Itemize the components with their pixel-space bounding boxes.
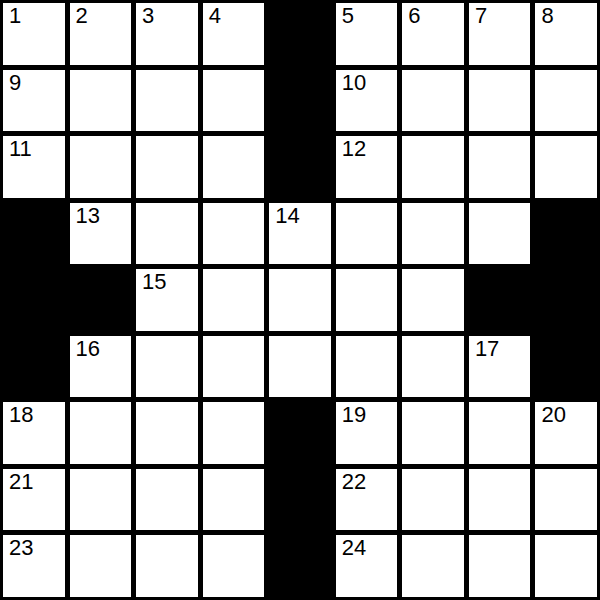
white-cell-r3c9[interactable] <box>535 136 597 198</box>
clue-number: 24 <box>342 536 366 560</box>
white-cell-r6c4[interactable] <box>203 336 265 398</box>
clue-number: 23 <box>9 536 33 560</box>
white-cell-r8c8[interactable] <box>469 469 531 531</box>
clue-number: 14 <box>275 204 299 228</box>
white-cell-r6c2[interactable]: 16 <box>70 336 132 398</box>
white-cell-r4c4[interactable] <box>203 203 265 265</box>
white-cell-r2c3[interactable] <box>136 70 198 132</box>
clue-number: 9 <box>9 71 21 95</box>
white-cell-r3c6[interactable]: 12 <box>336 136 398 198</box>
clue-number: 5 <box>342 4 354 28</box>
black-cell-r9c5 <box>269 535 331 597</box>
clue-number: 2 <box>76 4 88 28</box>
white-cell-r7c9[interactable]: 20 <box>535 402 597 464</box>
white-cell-r8c4[interactable] <box>203 469 265 531</box>
clue-number: 22 <box>342 470 366 494</box>
white-cell-r3c2[interactable] <box>70 136 132 198</box>
white-cell-r3c4[interactable] <box>203 136 265 198</box>
black-cell-r7c5 <box>269 402 331 464</box>
white-cell-r4c2[interactable]: 13 <box>70 203 132 265</box>
white-cell-r2c2[interactable] <box>70 70 132 132</box>
white-cell-r9c6[interactable]: 24 <box>336 535 398 597</box>
white-cell-r9c1[interactable]: 23 <box>3 535 65 597</box>
white-cell-r8c2[interactable] <box>70 469 132 531</box>
white-cell-r8c6[interactable]: 22 <box>336 469 398 531</box>
white-cell-r5c6[interactable] <box>336 269 398 331</box>
white-cell-r9c9[interactable] <box>535 535 597 597</box>
white-cell-r2c8[interactable] <box>469 70 531 132</box>
white-cell-r3c7[interactable] <box>402 136 464 198</box>
white-cell-r5c3[interactable]: 15 <box>136 269 198 331</box>
white-cell-r2c6[interactable]: 10 <box>336 70 398 132</box>
white-cell-r1c9[interactable]: 8 <box>535 3 597 65</box>
white-cell-r3c8[interactable] <box>469 136 531 198</box>
black-cell-r1c5 <box>269 3 331 65</box>
black-cell-r4c9 <box>535 203 597 265</box>
white-cell-r1c7[interactable]: 6 <box>402 3 464 65</box>
white-cell-r6c3[interactable] <box>136 336 198 398</box>
white-cell-r2c7[interactable] <box>402 70 464 132</box>
white-cell-r1c3[interactable]: 3 <box>136 3 198 65</box>
white-cell-r8c1[interactable]: 21 <box>3 469 65 531</box>
black-cell-r5c1 <box>3 269 65 331</box>
clue-number: 18 <box>9 403 33 427</box>
white-cell-r7c7[interactable] <box>402 402 464 464</box>
white-cell-r9c3[interactable] <box>136 535 198 597</box>
black-cell-r4c1 <box>3 203 65 265</box>
black-cell-r5c8 <box>469 269 531 331</box>
white-cell-r1c4[interactable]: 4 <box>203 3 265 65</box>
white-cell-r4c5[interactable]: 14 <box>269 203 331 265</box>
white-cell-r3c3[interactable] <box>136 136 198 198</box>
white-cell-r8c7[interactable] <box>402 469 464 531</box>
clue-number: 16 <box>76 337 100 361</box>
clue-number: 10 <box>342 71 366 95</box>
white-cell-r1c8[interactable]: 7 <box>469 3 531 65</box>
clue-number: 8 <box>541 4 553 28</box>
white-cell-r9c2[interactable] <box>70 535 132 597</box>
white-cell-r9c7[interactable] <box>402 535 464 597</box>
black-cell-r3c5 <box>269 136 331 198</box>
white-cell-r5c7[interactable] <box>402 269 464 331</box>
black-cell-r5c9 <box>535 269 597 331</box>
white-cell-r6c6[interactable] <box>336 336 398 398</box>
white-cell-r1c1[interactable]: 1 <box>3 3 65 65</box>
white-cell-r6c7[interactable] <box>402 336 464 398</box>
white-cell-r6c5[interactable] <box>269 336 331 398</box>
white-cell-r7c8[interactable] <box>469 402 531 464</box>
clue-number: 13 <box>76 204 100 228</box>
white-cell-r4c7[interactable] <box>402 203 464 265</box>
white-cell-r8c3[interactable] <box>136 469 198 531</box>
clue-number: 19 <box>342 403 366 427</box>
white-cell-r1c6[interactable]: 5 <box>336 3 398 65</box>
white-cell-r7c2[interactable] <box>70 402 132 464</box>
white-cell-r2c9[interactable] <box>535 70 597 132</box>
white-cell-r2c4[interactable] <box>203 70 265 132</box>
white-cell-r8c9[interactable] <box>535 469 597 531</box>
clue-number: 21 <box>9 470 33 494</box>
black-cell-r6c1 <box>3 336 65 398</box>
black-cell-r6c9 <box>535 336 597 398</box>
white-cell-r1c2[interactable]: 2 <box>70 3 132 65</box>
white-cell-r5c5[interactable] <box>269 269 331 331</box>
white-cell-r4c8[interactable] <box>469 203 531 265</box>
white-cell-r6c8[interactable]: 17 <box>469 336 531 398</box>
white-cell-r2c1[interactable]: 9 <box>3 70 65 132</box>
white-cell-r7c6[interactable]: 19 <box>336 402 398 464</box>
crossword-board: 123456789101112131415161718192021222324 <box>0 0 600 600</box>
black-cell-r8c5 <box>269 469 331 531</box>
black-cell-r5c2 <box>70 269 132 331</box>
clue-number: 15 <box>142 270 166 294</box>
clue-number: 1 <box>9 4 21 28</box>
clue-number: 3 <box>142 4 154 28</box>
clue-number: 20 <box>541 403 565 427</box>
white-cell-r4c3[interactable] <box>136 203 198 265</box>
clue-number: 11 <box>9 137 32 161</box>
white-cell-r9c8[interactable] <box>469 535 531 597</box>
crossword-puzzle: 123456789101112131415161718192021222324 <box>0 0 600 600</box>
white-cell-r4c6[interactable] <box>336 203 398 265</box>
clue-number: 7 <box>475 4 487 28</box>
clue-number: 4 <box>209 4 221 28</box>
white-cell-r9c4[interactable] <box>203 535 265 597</box>
white-cell-r7c4[interactable] <box>203 402 265 464</box>
clue-number: 12 <box>342 137 366 161</box>
white-cell-r7c3[interactable] <box>136 402 198 464</box>
white-cell-r3c1[interactable]: 11 <box>3 136 65 198</box>
white-cell-r7c1[interactable]: 18 <box>3 402 65 464</box>
white-cell-r5c4[interactable] <box>203 269 265 331</box>
black-cell-r2c5 <box>269 70 331 132</box>
clue-number: 17 <box>475 337 499 361</box>
clue-number: 6 <box>408 4 420 28</box>
